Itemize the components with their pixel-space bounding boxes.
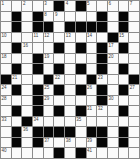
white-cell-r3c1[interactable] bbox=[1, 22, 11, 32]
white-cell-r15c13[interactable] bbox=[129, 148, 139, 158]
black-cell-r9c12 bbox=[119, 85, 129, 95]
white-cell-r9c5[interactable]: 25 bbox=[44, 85, 54, 95]
white-cell-r4c9[interactable]: 14 bbox=[87, 33, 97, 43]
clue-number-11: 11 bbox=[34, 33, 39, 38]
white-cell-r3c6[interactable] bbox=[54, 22, 64, 32]
black-cell-r11c6 bbox=[54, 106, 64, 116]
white-cell-r5c5[interactable] bbox=[44, 43, 54, 53]
white-cell-r3c11[interactable] bbox=[108, 22, 118, 32]
white-cell-r2c5[interactable]: 8 bbox=[44, 12, 54, 22]
black-cell-r9c10 bbox=[97, 85, 107, 95]
clue-number-40: 40 bbox=[2, 148, 7, 153]
white-cell-r10c13[interactable] bbox=[129, 96, 139, 106]
black-cell-r10c10 bbox=[97, 96, 107, 106]
white-cell-r8c3[interactable] bbox=[22, 75, 32, 85]
black-cell-r2c12 bbox=[119, 12, 129, 22]
white-cell-r14c5[interactable]: 37 bbox=[44, 138, 54, 148]
white-cell-r14c13[interactable] bbox=[129, 138, 139, 148]
white-cell-r12c9[interactable] bbox=[87, 117, 97, 127]
white-cell-r12c12[interactable] bbox=[119, 117, 129, 127]
white-cell-r1c1[interactable]: 1 bbox=[1, 1, 11, 11]
white-cell-r5c13[interactable] bbox=[129, 43, 139, 53]
black-cell-r2c4 bbox=[33, 12, 43, 22]
black-cell-r5c6 bbox=[54, 43, 64, 53]
clue-number-6: 6 bbox=[108, 1, 111, 6]
white-cell-r2c1[interactable] bbox=[1, 12, 11, 22]
white-cell-r11c3[interactable] bbox=[22, 106, 32, 116]
clue-number-17: 17 bbox=[108, 43, 113, 48]
white-cell-r8c8[interactable] bbox=[76, 75, 86, 85]
white-cell-r13c3[interactable]: 36 bbox=[22, 127, 32, 137]
white-cell-r5c1[interactable] bbox=[1, 43, 11, 53]
black-cell-r15c8 bbox=[76, 148, 86, 158]
white-cell-r14c3[interactable] bbox=[22, 138, 32, 148]
white-cell-r7c11[interactable] bbox=[108, 64, 118, 74]
white-cell-r15c4[interactable] bbox=[33, 148, 43, 158]
clue-number-28: 28 bbox=[2, 96, 7, 101]
white-cell-r9c7[interactable] bbox=[65, 85, 75, 95]
black-cell-r9c4 bbox=[33, 85, 43, 95]
white-cell-r8c2[interactable]: 21 bbox=[12, 75, 22, 85]
white-cell-r15c2[interactable] bbox=[12, 148, 22, 158]
clue-number-18: 18 bbox=[2, 54, 7, 59]
white-cell-r10c6[interactable] bbox=[54, 96, 64, 106]
black-cell-r13c9 bbox=[87, 127, 97, 137]
black-cell-r3c12 bbox=[119, 22, 129, 32]
white-cell-r4c10[interactable] bbox=[97, 33, 107, 43]
black-cell-r5c2 bbox=[12, 43, 22, 53]
black-cell-r1c6 bbox=[54, 1, 64, 11]
black-cell-r13c4 bbox=[33, 127, 43, 137]
clue-number-2: 2 bbox=[23, 1, 26, 6]
black-cell-r15c6 bbox=[54, 148, 64, 158]
white-cell-r2c11[interactable] bbox=[108, 12, 118, 22]
clue-number-33: 33 bbox=[2, 117, 7, 122]
clue-number-19: 19 bbox=[44, 54, 49, 59]
white-cell-r3c3[interactable] bbox=[22, 22, 32, 32]
clue-number-1: 1 bbox=[2, 1, 5, 6]
white-cell-r6c2[interactable] bbox=[12, 54, 22, 64]
white-cell-r4c5[interactable]: 12 bbox=[44, 33, 54, 43]
white-cell-r14c7[interactable]: 38 bbox=[65, 138, 75, 148]
white-cell-r10c2[interactable] bbox=[12, 96, 22, 106]
clue-number-34: 34 bbox=[34, 117, 39, 122]
white-cell-r6c13[interactable] bbox=[129, 54, 139, 64]
white-cell-r7c3[interactable] bbox=[22, 64, 32, 74]
white-cell-r4c2[interactable] bbox=[12, 33, 22, 43]
white-cell-r8c10[interactable]: 23 bbox=[97, 75, 107, 85]
clue-number-3: 3 bbox=[44, 1, 47, 6]
white-cell-r12c5[interactable] bbox=[44, 117, 54, 127]
white-cell-r1c7[interactable]: 4 bbox=[65, 1, 75, 11]
clue-number-8: 8 bbox=[44, 12, 47, 17]
white-cell-r1c12[interactable] bbox=[119, 1, 129, 11]
white-cell-r4c1[interactable]: 10 bbox=[1, 33, 11, 43]
black-cell-r9c2 bbox=[12, 85, 22, 95]
white-cell-r5c9[interactable] bbox=[87, 43, 97, 53]
white-cell-r14c8[interactable] bbox=[76, 138, 86, 148]
clue-number-16: 16 bbox=[23, 43, 28, 48]
clue-number-23: 23 bbox=[98, 75, 103, 80]
white-cell-r7c9[interactable] bbox=[87, 64, 97, 74]
black-cell-r13c10 bbox=[97, 127, 107, 137]
white-cell-r11c5[interactable] bbox=[44, 106, 54, 116]
white-cell-r5c7[interactable] bbox=[65, 43, 75, 53]
black-cell-r3c4 bbox=[33, 22, 43, 32]
white-cell-r2c3[interactable] bbox=[22, 12, 32, 22]
black-cell-r7c8 bbox=[76, 64, 86, 74]
white-cell-r15c1[interactable]: 40 bbox=[1, 148, 11, 158]
clue-number-9: 9 bbox=[55, 12, 58, 17]
white-cell-r6c7[interactable] bbox=[65, 54, 75, 64]
white-cell-r7c13[interactable] bbox=[129, 64, 139, 74]
clue-number-13: 13 bbox=[66, 33, 71, 38]
white-cell-r5c3[interactable]: 16 bbox=[22, 43, 32, 53]
black-cell-r3c9 bbox=[87, 22, 97, 32]
black-cell-r3c8 bbox=[76, 22, 86, 32]
white-cell-r10c7[interactable] bbox=[65, 96, 75, 106]
white-cell-r6c3[interactable] bbox=[22, 54, 32, 64]
white-cell-r1c10[interactable] bbox=[97, 1, 107, 11]
clue-number-35: 35 bbox=[76, 117, 81, 122]
white-cell-r12c10[interactable] bbox=[97, 117, 107, 127]
black-cell-r6c10 bbox=[97, 54, 107, 64]
black-cell-r8c1 bbox=[1, 75, 11, 85]
white-cell-r12c6[interactable] bbox=[54, 117, 64, 127]
white-cell-r14c6[interactable] bbox=[54, 138, 64, 148]
black-cell-r14c12 bbox=[119, 138, 129, 148]
black-cell-r3c2 bbox=[12, 22, 22, 32]
white-cell-r15c7[interactable] bbox=[65, 148, 75, 158]
white-cell-r4c13[interactable] bbox=[129, 33, 139, 43]
white-cell-r4c7[interactable]: 13 bbox=[65, 33, 75, 43]
clue-number-36: 36 bbox=[23, 127, 28, 132]
black-cell-r13c6 bbox=[54, 127, 64, 137]
black-cell-r8c5 bbox=[44, 75, 54, 85]
white-cell-r9c13[interactable]: 27 bbox=[129, 85, 139, 95]
clue-number-26: 26 bbox=[87, 85, 92, 90]
white-cell-r11c13[interactable] bbox=[129, 106, 139, 116]
black-cell-r7c10 bbox=[97, 64, 107, 74]
white-cell-r9c11[interactable] bbox=[108, 85, 118, 95]
black-cell-r9c6 bbox=[54, 85, 64, 95]
clue-number-29: 29 bbox=[44, 96, 49, 101]
white-cell-r6c1[interactable]: 18 bbox=[1, 54, 11, 64]
white-cell-r12c8[interactable]: 35 bbox=[76, 117, 86, 127]
white-cell-r6c9[interactable] bbox=[87, 54, 97, 64]
clue-number-5: 5 bbox=[87, 1, 90, 6]
clue-number-41: 41 bbox=[87, 148, 92, 153]
white-cell-r10c1[interactable]: 28 bbox=[1, 96, 11, 106]
white-cell-r2c6[interactable]: 9 bbox=[54, 12, 64, 22]
clue-number-22: 22 bbox=[55, 75, 60, 80]
white-cell-r2c7[interactable] bbox=[65, 12, 75, 22]
clue-number-32: 32 bbox=[98, 106, 103, 111]
white-cell-r2c13[interactable] bbox=[129, 12, 139, 22]
black-cell-r11c4 bbox=[33, 106, 43, 116]
clue-number-20: 20 bbox=[108, 54, 113, 59]
clue-number-25: 25 bbox=[44, 85, 49, 90]
clue-number-37: 37 bbox=[44, 138, 49, 143]
black-cell-r9c8 bbox=[76, 85, 86, 95]
clue-number-31: 31 bbox=[87, 106, 92, 111]
black-cell-r3c10 bbox=[97, 22, 107, 32]
black-cell-r7c6 bbox=[54, 64, 64, 74]
white-cell-r1c13[interactable]: 7 bbox=[129, 1, 139, 11]
clue-number-24: 24 bbox=[2, 85, 7, 90]
white-cell-r7c7[interactable] bbox=[65, 64, 75, 74]
black-cell-r3c7 bbox=[65, 22, 75, 32]
white-cell-r11c7[interactable] bbox=[65, 106, 75, 116]
black-cell-r7c4 bbox=[33, 64, 43, 74]
white-cell-r12c1[interactable]: 33 bbox=[1, 117, 11, 127]
white-cell-r13c11[interactable] bbox=[108, 127, 118, 137]
white-cell-r10c8[interactable] bbox=[76, 96, 86, 106]
white-cell-r6c6[interactable] bbox=[54, 54, 64, 64]
white-cell-r8c6[interactable]: 22 bbox=[54, 75, 64, 85]
white-cell-r7c5[interactable] bbox=[44, 64, 54, 74]
black-cell-r11c12 bbox=[119, 106, 129, 116]
black-cell-r13c2 bbox=[12, 127, 22, 137]
white-cell-r13c13[interactable] bbox=[129, 127, 139, 137]
white-cell-r4c6[interactable] bbox=[54, 33, 64, 43]
clue-number-7: 7 bbox=[130, 1, 133, 6]
clue-number-30: 30 bbox=[108, 96, 113, 101]
white-cell-r9c1[interactable]: 24 bbox=[1, 85, 11, 95]
white-cell-r12c11[interactable] bbox=[108, 117, 118, 127]
white-cell-r14c11[interactable] bbox=[108, 138, 118, 148]
black-cell-r5c10 bbox=[97, 43, 107, 53]
white-cell-r1c3[interactable]: 2 bbox=[22, 1, 32, 11]
white-cell-r3c13[interactable] bbox=[129, 22, 139, 32]
clue-number-4: 4 bbox=[66, 1, 69, 6]
white-cell-r6c12[interactable] bbox=[119, 54, 129, 64]
white-cell-r1c5[interactable]: 3 bbox=[44, 1, 54, 11]
black-cell-r5c12 bbox=[119, 43, 129, 53]
black-cell-r2c2 bbox=[12, 12, 22, 22]
white-cell-r10c12[interactable] bbox=[119, 96, 129, 106]
white-cell-r4c4[interactable]: 11 bbox=[33, 33, 43, 43]
white-cell-r4c8[interactable] bbox=[76, 33, 86, 43]
white-cell-r10c5[interactable]: 29 bbox=[44, 96, 54, 106]
black-cell-r14c2 bbox=[12, 138, 22, 148]
white-cell-r8c12[interactable] bbox=[119, 75, 129, 85]
black-cell-r10c4 bbox=[33, 96, 43, 106]
black-cell-r11c8 bbox=[76, 106, 86, 116]
black-cell-r13c7 bbox=[65, 127, 75, 137]
black-cell-r6c4 bbox=[33, 54, 43, 64]
black-cell-r14c4 bbox=[33, 138, 43, 148]
white-cell-r6c11[interactable]: 20 bbox=[108, 54, 118, 64]
white-cell-r14c9[interactable]: 39 bbox=[87, 138, 97, 148]
black-cell-r8c9 bbox=[87, 75, 97, 85]
white-cell-r6c5[interactable]: 19 bbox=[44, 54, 54, 64]
white-cell-r1c2[interactable] bbox=[12, 1, 22, 11]
clue-number-39: 39 bbox=[87, 138, 92, 143]
white-cell-r1c11[interactable]: 6 bbox=[108, 1, 118, 11]
white-cell-r11c1[interactable] bbox=[1, 106, 11, 116]
white-cell-r12c7[interactable] bbox=[65, 117, 75, 127]
black-cell-r4c11 bbox=[108, 33, 118, 43]
crossword-grid: 1234567891011121314151617181920212223242… bbox=[0, 0, 140, 159]
white-cell-r1c9[interactable]: 5 bbox=[87, 1, 97, 11]
clue-number-12: 12 bbox=[44, 33, 49, 38]
clue-number-21: 21 bbox=[12, 75, 17, 80]
white-cell-r1c4[interactable] bbox=[33, 1, 43, 11]
white-cell-r4c12[interactable]: 15 bbox=[119, 33, 129, 43]
white-cell-r15c5[interactable] bbox=[44, 148, 54, 158]
white-cell-r7c1[interactable] bbox=[1, 64, 11, 74]
white-cell-r2c8[interactable] bbox=[76, 12, 86, 22]
clue-number-15: 15 bbox=[119, 33, 124, 38]
white-cell-r11c11[interactable] bbox=[108, 106, 118, 116]
white-cell-r13c1[interactable] bbox=[1, 127, 11, 137]
white-cell-r8c4[interactable] bbox=[33, 75, 43, 85]
white-cell-r13c8[interactable] bbox=[76, 127, 86, 137]
white-cell-r10c9[interactable] bbox=[87, 96, 97, 106]
white-cell-r9c3[interactable] bbox=[22, 85, 32, 95]
black-cell-r13c12 bbox=[119, 127, 129, 137]
white-cell-r15c12[interactable] bbox=[119, 148, 129, 158]
black-cell-r5c8 bbox=[76, 43, 86, 53]
clue-number-14: 14 bbox=[87, 33, 92, 38]
white-cell-r8c7[interactable] bbox=[65, 75, 75, 85]
white-cell-r12c2[interactable] bbox=[12, 117, 22, 127]
clue-number-10: 10 bbox=[2, 33, 7, 38]
white-cell-r5c11[interactable]: 17 bbox=[108, 43, 118, 53]
black-cell-r8c13 bbox=[129, 75, 139, 85]
white-cell-r6c8[interactable] bbox=[76, 54, 86, 64]
white-cell-r10c3[interactable] bbox=[22, 96, 32, 106]
black-cell-r7c2 bbox=[12, 64, 22, 74]
white-cell-r11c9[interactable]: 31 bbox=[87, 106, 97, 116]
black-cell-r14c10 bbox=[97, 138, 107, 148]
black-cell-r2c10 bbox=[97, 12, 107, 22]
white-cell-r12c4[interactable]: 34 bbox=[33, 117, 43, 127]
clue-number-38: 38 bbox=[66, 138, 71, 143]
black-cell-r1c8 bbox=[76, 1, 86, 11]
black-cell-r7c12 bbox=[119, 64, 129, 74]
white-cell-r14c1[interactable] bbox=[1, 138, 11, 148]
white-cell-r15c11[interactable] bbox=[108, 148, 118, 158]
white-cell-r11c10[interactable]: 32 bbox=[97, 106, 107, 116]
white-cell-r8c11[interactable] bbox=[108, 75, 118, 85]
white-cell-r10c11[interactable]: 30 bbox=[108, 96, 118, 106]
black-cell-r11c2 bbox=[12, 106, 22, 116]
white-cell-r15c3[interactable] bbox=[22, 148, 32, 158]
white-cell-r4c3[interactable] bbox=[22, 33, 32, 43]
black-cell-r12c3 bbox=[22, 117, 32, 127]
black-cell-r13c5 bbox=[44, 127, 54, 137]
white-cell-r15c9[interactable]: 41 bbox=[87, 148, 97, 158]
black-cell-r3c5 bbox=[44, 22, 54, 32]
white-cell-r9c9[interactable]: 26 bbox=[87, 85, 97, 95]
white-cell-r12c13[interactable] bbox=[129, 117, 139, 127]
clue-number-27: 27 bbox=[130, 85, 135, 90]
white-cell-r2c9[interactable] bbox=[87, 12, 97, 22]
white-cell-r5c4[interactable] bbox=[33, 43, 43, 53]
white-cell-r15c10[interactable] bbox=[97, 148, 107, 158]
